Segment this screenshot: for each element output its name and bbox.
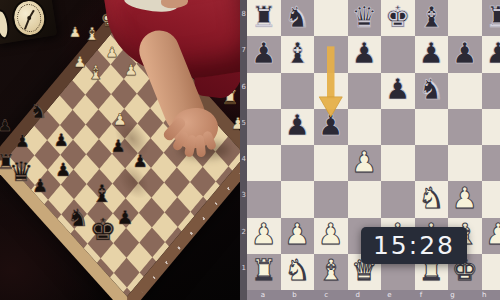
photo-black-pawn: ♟ xyxy=(55,161,71,179)
file-label-e: e xyxy=(374,290,406,300)
square-c3 xyxy=(314,181,348,217)
white-bishop-c1: ♝ xyxy=(318,256,344,285)
black-pawn-d7: ♟ xyxy=(351,39,377,68)
rank-label-3: 3 xyxy=(242,191,246,199)
black-rook-a8: ♜ xyxy=(251,3,277,32)
file-label-c: c xyxy=(310,290,342,300)
square-c5: ♟ xyxy=(314,109,348,145)
rank-label-2: 2 xyxy=(242,228,246,236)
rank-labels: 87654321 xyxy=(240,0,247,300)
square-g7: ♟ xyxy=(448,36,482,72)
square-f7: ♟ xyxy=(415,36,449,72)
square-b3 xyxy=(281,181,315,217)
black-rook-h8: ♜ xyxy=(485,3,500,32)
square-h3 xyxy=(482,181,500,217)
black-bishop-b7: ♝ xyxy=(284,39,310,68)
square-a8: ♜ xyxy=(247,0,281,36)
photo-black-pawn: ♟ xyxy=(32,177,48,195)
black-pawn-e6: ♟ xyxy=(385,75,411,104)
square-h4 xyxy=(482,145,500,181)
square-e8: ♚ xyxy=(381,0,415,36)
file-label-h: h xyxy=(468,290,500,300)
square-a7: ♟ xyxy=(247,36,281,72)
square-a1: ♜ xyxy=(247,254,281,290)
square-c1: ♝ xyxy=(314,254,348,290)
rank-label-7: 7 xyxy=(242,46,246,54)
broadcast-frame: ♟♝♚♟♝♟♟♟♜♟♞♟♟♟♜♛♟♟♟♟♝♞♟♚♟ 87654321 ♜♞♛♚♝… xyxy=(0,0,500,300)
file-labels: abcdefgh xyxy=(247,290,500,300)
black-pawn-g7: ♟ xyxy=(452,39,478,68)
photo-white-pawn: ♟ xyxy=(124,63,137,78)
live-game-photo: ♟♝♚♟♝♟♟♟♜♟♞♟♟♟♜♛♟♟♟♟♝♞♟♚♟ xyxy=(0,0,240,300)
square-f6: ♞ xyxy=(415,73,449,109)
file-label-d: d xyxy=(342,290,374,300)
analysis-board-panel: 87654321 ♜♞♛♚♝♜♟♝♟♟♟♟♟♞♟♟♟♞♟♟♟♟♟♟♝♟♜♞♝♛♜… xyxy=(240,0,500,300)
square-c8 xyxy=(314,0,348,36)
black-queen-d8: ♛ xyxy=(351,3,377,32)
photo-white-bishop: ♝ xyxy=(87,63,104,82)
square-c2: ♟ xyxy=(314,218,348,254)
photo-white-pawn: ♟ xyxy=(73,55,86,70)
square-e3 xyxy=(381,181,415,217)
square-d8: ♛ xyxy=(348,0,382,36)
photo-black-pawn: ♟ xyxy=(116,208,133,227)
photo-black-knight: ♞ xyxy=(67,206,89,230)
square-b6 xyxy=(281,73,315,109)
photo-white-pawn: ♟ xyxy=(106,45,119,59)
photo-black-pawn: ♟ xyxy=(14,133,29,150)
square-h7: ♟ xyxy=(482,36,500,72)
square-f8: ♝ xyxy=(415,0,449,36)
square-e4 xyxy=(381,145,415,181)
white-rook-a1: ♜ xyxy=(251,256,277,285)
square-d6 xyxy=(348,73,382,109)
square-g6 xyxy=(448,73,482,109)
square-a3 xyxy=(247,181,281,217)
rank-label-5: 5 xyxy=(242,119,246,127)
file-label-b: b xyxy=(279,290,311,300)
black-pawn-b5: ♟ xyxy=(284,111,310,140)
square-d3 xyxy=(348,181,382,217)
square-g3: ♟ xyxy=(448,181,482,217)
square-h8: ♜ xyxy=(482,0,500,36)
square-b2: ♟ xyxy=(281,218,315,254)
square-d7: ♟ xyxy=(348,36,382,72)
file-label-g: g xyxy=(437,290,469,300)
square-a4 xyxy=(247,145,281,181)
white-pawn-a2: ♟ xyxy=(251,220,277,249)
photo-black-pawn: ♟ xyxy=(0,118,12,134)
photo-black-king: ♚ xyxy=(90,215,117,245)
white-pawn-c2: ♟ xyxy=(318,220,344,249)
square-b8: ♞ xyxy=(281,0,315,36)
photo-black-bishop: ♝ xyxy=(91,182,113,206)
black-pawn-f7: ♟ xyxy=(418,39,444,68)
square-d5 xyxy=(348,109,382,145)
square-b1: ♞ xyxy=(281,254,315,290)
square-b4 xyxy=(281,145,315,181)
square-c6 xyxy=(314,73,348,109)
square-e5 xyxy=(381,109,415,145)
file-label-f: f xyxy=(405,290,437,300)
photo-black-pawn: ♟ xyxy=(110,138,125,155)
white-knight-b1: ♞ xyxy=(284,256,310,285)
white-pawn-g3: ♟ xyxy=(452,184,478,213)
square-c7 xyxy=(314,36,348,72)
square-e6: ♟ xyxy=(381,73,415,109)
photo-black-pawn: ♟ xyxy=(53,132,68,149)
square-h5 xyxy=(482,109,500,145)
black-king-e8: ♚ xyxy=(385,3,411,32)
square-c4 xyxy=(314,145,348,181)
square-f4 xyxy=(415,145,449,181)
clock-overlay: 15:28 xyxy=(361,227,467,264)
square-a2: ♟ xyxy=(247,218,281,254)
square-e7 xyxy=(381,36,415,72)
rank-label-6: 6 xyxy=(242,83,246,91)
photo-black-knight: ♞ xyxy=(29,101,47,121)
square-g5 xyxy=(448,109,482,145)
square-h1 xyxy=(482,254,500,290)
square-b7: ♝ xyxy=(281,36,315,72)
black-pawn-c5: ♟ xyxy=(318,111,344,140)
rank-label-8: 8 xyxy=(242,10,246,18)
clock-face xyxy=(9,0,49,39)
square-g4 xyxy=(448,145,482,181)
black-pawn-a7: ♟ xyxy=(251,39,277,68)
black-bishop-f8: ♝ xyxy=(418,3,444,32)
photo-white-pawn: ♟ xyxy=(69,25,82,39)
photo-black-queen: ♛ xyxy=(9,158,33,185)
photo-white-pawn: ♟ xyxy=(113,112,127,128)
white-pawn-b2: ♟ xyxy=(284,220,310,249)
square-b5: ♟ xyxy=(281,109,315,145)
rank-label-4: 4 xyxy=(242,155,246,163)
clock-time: 15:28 xyxy=(373,231,455,260)
square-a5 xyxy=(247,109,281,145)
square-g8 xyxy=(448,0,482,36)
photo-black-pawn: ♟ xyxy=(132,153,147,170)
black-knight-f6: ♞ xyxy=(418,75,444,104)
rank-label-1: 1 xyxy=(242,264,246,272)
square-f5 xyxy=(415,109,449,145)
analog-chess-clock xyxy=(0,0,57,45)
photo-white-pawn: ♟ xyxy=(231,116,240,132)
square-a6 xyxy=(247,73,281,109)
square-d4: ♟ xyxy=(348,145,382,181)
clock-second-dial xyxy=(0,8,11,40)
square-h6 xyxy=(482,73,500,109)
file-label-a: a xyxy=(247,290,279,300)
square-h2: ♟ xyxy=(482,218,500,254)
black-pawn-h7: ♟ xyxy=(485,39,500,68)
white-knight-f3: ♞ xyxy=(418,184,444,213)
black-knight-b8: ♞ xyxy=(284,3,310,32)
white-pawn-d4: ♟ xyxy=(351,148,377,177)
photo-white-bishop: ♝ xyxy=(84,25,100,43)
white-pawn-h2: ♟ xyxy=(485,220,500,249)
square-f3: ♞ xyxy=(415,181,449,217)
